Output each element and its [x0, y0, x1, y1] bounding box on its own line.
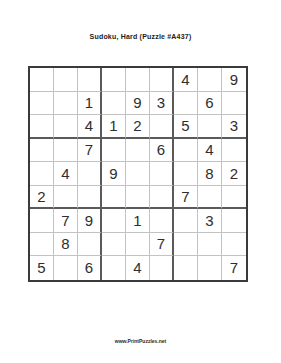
cell-r8c5	[126, 233, 150, 257]
cell-r6c4	[102, 186, 126, 210]
cell-r4c1	[30, 139, 54, 163]
cell-r9c3: 6	[78, 256, 102, 280]
cell-r6c5	[126, 186, 150, 210]
cell-r8c3	[78, 233, 102, 257]
cell-r7c6	[150, 209, 174, 233]
cell-r9c9: 7	[222, 256, 246, 280]
cell-r2c1	[30, 92, 54, 116]
cell-r1c8	[198, 68, 222, 92]
cell-r8c8	[198, 233, 222, 257]
cell-r7c9	[222, 209, 246, 233]
cell-r3c5: 2	[126, 115, 150, 139]
cell-r5c4: 9	[102, 162, 126, 186]
cell-r9c8	[198, 256, 222, 280]
cell-r4c2	[54, 139, 78, 163]
cell-r1c7: 4	[174, 68, 198, 92]
cell-r5c6	[150, 162, 174, 186]
cell-r1c3	[78, 68, 102, 92]
cell-r1c9: 9	[222, 68, 246, 92]
cell-r8c9	[222, 233, 246, 257]
cell-r7c5: 1	[126, 209, 150, 233]
cell-r1c4	[102, 68, 126, 92]
cell-r8c6: 7	[150, 233, 174, 257]
cell-r5c1	[30, 162, 54, 186]
cell-r4c6: 6	[150, 139, 174, 163]
cell-r4c8: 4	[198, 139, 222, 163]
cell-r3c1	[30, 115, 54, 139]
cell-r9c5: 4	[126, 256, 150, 280]
cell-r3c3: 4	[78, 115, 102, 139]
cell-r8c4	[102, 233, 126, 257]
cell-r7c3: 9	[78, 209, 102, 233]
cell-r5c8: 8	[198, 162, 222, 186]
cell-r1c1	[30, 68, 54, 92]
cell-r5c9: 2	[222, 162, 246, 186]
cell-r8c2: 8	[54, 233, 78, 257]
cell-r5c5	[126, 162, 150, 186]
cell-r8c1	[30, 233, 54, 257]
cell-r4c5	[126, 139, 150, 163]
cell-r2c3: 1	[78, 92, 102, 116]
cell-r3c2	[54, 115, 78, 139]
cell-r4c3: 7	[78, 139, 102, 163]
puzzle-title: Sudoku, Hard (Puzzle #A437)	[0, 33, 281, 40]
cell-r6c1: 2	[30, 186, 54, 210]
cell-r3c9: 3	[222, 115, 246, 139]
cell-r8c7	[174, 233, 198, 257]
cell-r2c8: 6	[198, 92, 222, 116]
cell-r2c4	[102, 92, 126, 116]
cell-r7c7	[174, 209, 198, 233]
cell-r9c2	[54, 256, 78, 280]
cell-r4c7	[174, 139, 198, 163]
cell-r7c2: 7	[54, 209, 78, 233]
cell-r6c6	[150, 186, 174, 210]
cell-r5c2: 4	[54, 162, 78, 186]
cell-r9c1: 5	[30, 256, 54, 280]
cell-r9c6	[150, 256, 174, 280]
cell-r3c8	[198, 115, 222, 139]
sudoku-grid: 491936412537644982277913875647	[28, 66, 248, 282]
cell-r4c4	[102, 139, 126, 163]
cell-r7c1	[30, 209, 54, 233]
cell-r6c3	[78, 186, 102, 210]
cell-r1c2	[54, 68, 78, 92]
cell-r4c9	[222, 139, 246, 163]
cell-r2c7	[174, 92, 198, 116]
cell-r5c3	[78, 162, 102, 186]
cell-r2c5: 9	[126, 92, 150, 116]
footer-url: www.PrintPuzzles.net	[0, 338, 281, 344]
cell-r1c6	[150, 68, 174, 92]
cell-r6c9	[222, 186, 246, 210]
cell-r2c2	[54, 92, 78, 116]
cell-r3c6	[150, 115, 174, 139]
cell-r3c4: 1	[102, 115, 126, 139]
cell-r9c4	[102, 256, 126, 280]
cell-r6c7: 7	[174, 186, 198, 210]
cell-r7c8: 3	[198, 209, 222, 233]
cell-r7c4	[102, 209, 126, 233]
cell-r1c5	[126, 68, 150, 92]
cell-r3c7: 5	[174, 115, 198, 139]
cell-r2c9	[222, 92, 246, 116]
cell-r9c7	[174, 256, 198, 280]
cell-r6c2	[54, 186, 78, 210]
cell-r6c8	[198, 186, 222, 210]
cell-r5c7	[174, 162, 198, 186]
cell-r2c6: 3	[150, 92, 174, 116]
